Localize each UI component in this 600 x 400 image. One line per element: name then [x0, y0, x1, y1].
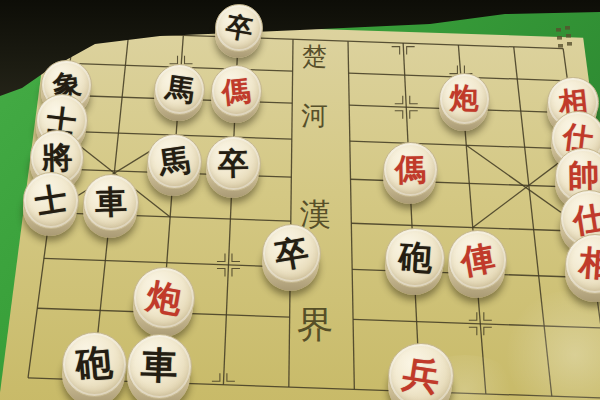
piece-red-cannon[interactable]: 炮 [439, 73, 488, 132]
piece-character: 帥 [567, 160, 598, 191]
piece-face: 砲 [385, 228, 445, 288]
piece-red-chariot[interactable]: 俥 [448, 230, 506, 299]
piece-character: 馬 [164, 73, 196, 105]
piece-face: 卒 [262, 224, 321, 283]
piece-face: 車 [127, 334, 192, 399]
piece-face: 士 [23, 172, 80, 229]
piece-black-chariot[interactable]: 車 [127, 334, 190, 400]
piece-face: 馬 [154, 64, 205, 115]
piece-black-horse[interactable]: 馬 [147, 134, 200, 197]
piece-character: 兵 [400, 355, 442, 397]
piece-red-elephant[interactable]: 相 [565, 234, 600, 303]
piece-face: 車 [83, 174, 140, 231]
piece-character: 相 [577, 246, 600, 282]
piece-face: 卒 [206, 136, 261, 191]
piece-character: 卒 [272, 234, 311, 273]
piece-character: 仕 [571, 200, 600, 237]
piece-character: 炮 [450, 84, 479, 113]
piece-character: 砲 [74, 345, 114, 385]
piece-face: 馬 [147, 134, 202, 189]
piece-black-advisor[interactable]: 士 [23, 172, 78, 238]
piece-character: 炮 [144, 278, 184, 318]
piece-character: 俥 [458, 241, 497, 280]
piece-character: 將 [41, 142, 72, 173]
piece-face: 俥 [448, 230, 508, 290]
piece-black-soldier[interactable]: 卒 [206, 136, 259, 199]
piece-character: 卒 [224, 13, 255, 44]
piece-face: 卒 [215, 4, 263, 52]
table-scene: 楚河漢界 卒象馬傌炮相士仕將馬卒傌帥士車仕卒砲俥相炮砲車兵 [0, 0, 600, 400]
piece-face: 傌 [383, 142, 438, 197]
piece-black-horse[interactable]: 馬 [154, 64, 203, 123]
piece-character: 傌 [395, 154, 426, 185]
piece-character: 砲 [397, 240, 433, 276]
piece-character: 馬 [157, 144, 191, 178]
piece-face: 砲 [62, 332, 127, 397]
piece-red-soldier[interactable]: 兵 [388, 343, 452, 400]
piece-black-cannon[interactable]: 砲 [385, 228, 443, 297]
piece-character: 卒 [218, 148, 249, 179]
piece-face: 炮 [133, 267, 195, 329]
piece-character: 士 [33, 182, 69, 218]
piece-black-chariot[interactable]: 車 [83, 174, 138, 240]
piece-black-soldier[interactable]: 卒 [215, 4, 261, 59]
piece-red-horse[interactable]: 傌 [383, 142, 436, 206]
piece-character: 傌 [221, 75, 252, 106]
piece-face: 傌 [211, 65, 262, 116]
piece-black-soldier[interactable]: 卒 [262, 224, 319, 293]
pieces-layer: 卒象馬傌炮相士仕將馬卒傌帥士車仕卒砲俥相炮砲車兵 [0, 0, 600, 400]
piece-red-cannon[interactable]: 炮 [133, 267, 193, 339]
piece-face: 炮 [439, 73, 490, 124]
piece-face: 兵 [388, 343, 454, 400]
piece-black-cannon[interactable]: 砲 [62, 332, 125, 400]
piece-character: 車 [95, 186, 128, 219]
piece-red-horse[interactable]: 傌 [211, 65, 260, 124]
piece-character: 車 [140, 348, 178, 386]
